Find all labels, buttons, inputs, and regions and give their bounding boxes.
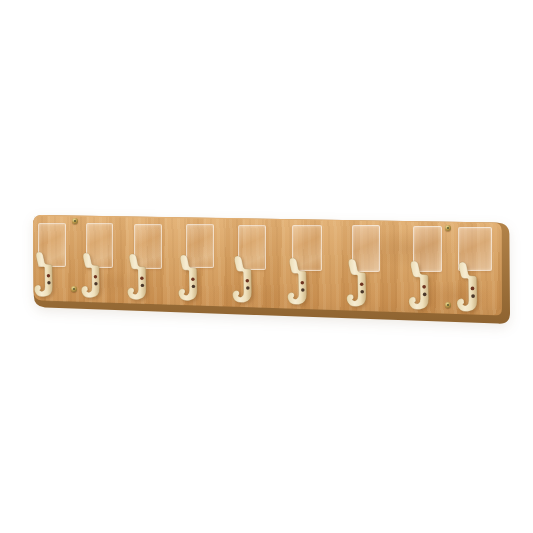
hook-screw-upper [470,287,474,291]
hook-screw-upper [300,281,304,285]
coat-hook [173,254,204,302]
mounting-screw [72,218,78,224]
hook-screw-lower [471,294,475,298]
coat-hook [451,261,484,313]
hook-screw-lower [246,286,250,290]
hook-screw-lower [423,293,427,297]
hook-screw-lower [94,282,97,285]
hook-screw-upper [93,275,96,278]
mounting-screw [445,225,451,231]
coat-hook [122,253,153,301]
coat-hook [403,260,436,311]
hook-screw-lower [192,285,195,288]
hook-screw-upper [140,277,143,280]
hook-screw-upper [46,274,49,277]
hook-body [128,254,147,300]
hook-body [34,252,52,297]
product-photo-canvas [0,0,533,533]
hook-screw-upper [191,278,194,281]
hook-body [179,255,198,301]
coat-hook [282,257,314,306]
hook-screw-lower [141,284,144,287]
hook-body [347,259,366,306]
hook-screw-lower [47,281,50,284]
hook-screw-lower [361,290,365,294]
coat-hook [341,258,373,308]
hook-body [287,258,306,305]
hook-body [81,253,99,298]
coat-hook [76,252,106,299]
hook-body [232,256,251,303]
hook-body [409,261,429,310]
coat-hook [29,251,59,298]
hook-screw-upper [422,285,426,289]
coat-hook [227,255,259,304]
hook-screw-upper [245,279,249,283]
hook-body [457,262,477,311]
hook-screw-upper [360,283,364,287]
hook-screw-lower [301,288,305,292]
